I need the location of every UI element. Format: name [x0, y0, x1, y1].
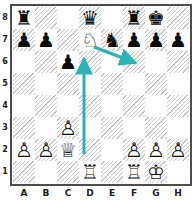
square-e8 [101, 7, 123, 29]
piece-white-pawn-h2: ♙ [167, 139, 189, 161]
rank-label-7: 7 [0, 29, 10, 51]
square-c4 [57, 95, 79, 117]
file-label-d: D [79, 186, 101, 200]
piece-black-rook-f8: ♜ [123, 7, 145, 29]
file-label-e: E [101, 186, 123, 200]
square-b4 [35, 95, 57, 117]
piece-white-pawn-f2: ♙ [123, 139, 145, 161]
piece-black-king-g8: ♚ [145, 7, 167, 29]
piece-white-rook-d1: ♖ [79, 161, 101, 183]
square-d2 [79, 139, 101, 161]
square-h1 [167, 161, 189, 183]
piece-black-rook-a8: ♜ [13, 7, 35, 29]
piece-white-queen-c2: ♕ [57, 139, 79, 161]
square-f4 [123, 95, 145, 117]
square-b2: ♟♙ [35, 139, 57, 161]
file-label-b: B [35, 186, 57, 200]
square-e5 [101, 73, 123, 95]
square-f8: ♜ [123, 7, 145, 29]
square-g7: ♟ [145, 29, 167, 51]
piece-black-pawn-h7: ♟ [167, 29, 189, 51]
file-label-h: H [167, 186, 189, 200]
chess-diagram: 87654321 ♜♛♜♚♟♟♞♘♞♟♟♟♟♟♙♟♙♟♙♛♕♟♙♟♙♟♙♜♖♜♖… [0, 0, 196, 200]
rank-label-4: 4 [0, 95, 10, 117]
square-c8 [57, 7, 79, 29]
file-label-a: A [13, 186, 35, 200]
square-d1: ♜♖ [79, 161, 101, 183]
piece-black-pawn-g7: ♟ [145, 29, 167, 51]
square-f3 [123, 117, 145, 139]
square-g5 [145, 73, 167, 95]
square-f7: ♟ [123, 29, 145, 51]
piece-black-pawn-a7: ♟ [13, 29, 35, 51]
square-a5 [13, 73, 35, 95]
square-b1 [35, 161, 57, 183]
square-c7 [57, 29, 79, 51]
file-label-g: G [145, 186, 167, 200]
square-d6 [79, 51, 101, 73]
square-h8 [167, 7, 189, 29]
piece-black-pawn-b7: ♟ [35, 29, 57, 51]
square-a4 [13, 95, 35, 117]
file-label-c: C [57, 186, 79, 200]
square-e2 [101, 139, 123, 161]
piece-black-pawn-f7: ♟ [123, 29, 145, 51]
square-a2: ♟♙ [13, 139, 35, 161]
square-d8: ♛ [79, 7, 101, 29]
piece-black-knight-e7: ♞ [101, 29, 123, 51]
piece-white-rook-f1: ♖ [123, 161, 145, 183]
square-h4 [167, 95, 189, 117]
square-h3 [167, 117, 189, 139]
square-g4 [145, 95, 167, 117]
piece-white-pawn-g2: ♙ [145, 139, 167, 161]
rank-labels: 87654321 [0, 7, 10, 183]
square-c2: ♛♕ [57, 139, 79, 161]
square-h7: ♟ [167, 29, 189, 51]
square-g1: ♚♔ [145, 161, 167, 183]
square-a3 [13, 117, 35, 139]
square-e1 [101, 161, 123, 183]
piece-white-pawn-a2: ♙ [13, 139, 35, 161]
square-d4 [79, 95, 101, 117]
piece-white-pawn-c3: ♙ [57, 117, 79, 139]
square-h2: ♟♙ [167, 139, 189, 161]
square-g6 [145, 51, 167, 73]
file-label-f: F [123, 186, 145, 200]
square-e6 [101, 51, 123, 73]
rank-label-5: 5 [0, 73, 10, 95]
rank-label-6: 6 [0, 51, 10, 73]
square-c1 [57, 161, 79, 183]
square-a1 [13, 161, 35, 183]
square-d5 [79, 73, 101, 95]
rank-label-8: 8 [0, 7, 10, 29]
piece-black-pawn-c6: ♟ [57, 51, 79, 73]
rank-label-1: 1 [0, 161, 10, 183]
chess-board: ♜♛♜♚♟♟♞♘♞♟♟♟♟♟♙♟♙♟♙♛♕♟♙♟♙♟♙♜♖♜♖♚♔ [10, 4, 192, 186]
piece-black-queen-d8: ♛ [79, 7, 101, 29]
square-b7: ♟ [35, 29, 57, 51]
square-c3: ♟♙ [57, 117, 79, 139]
square-h5 [167, 73, 189, 95]
square-g2: ♟♙ [145, 139, 167, 161]
square-f5 [123, 73, 145, 95]
square-f2: ♟♙ [123, 139, 145, 161]
file-labels: ABCDEFGH [13, 186, 189, 200]
square-f1: ♜♖ [123, 161, 145, 183]
square-a8: ♜ [13, 7, 35, 29]
square-d3 [79, 117, 101, 139]
square-d7: ♞♘ [79, 29, 101, 51]
square-a6 [13, 51, 35, 73]
piece-white-knight-d7: ♘ [79, 29, 101, 51]
square-b5 [35, 73, 57, 95]
square-e4 [101, 95, 123, 117]
board-squares: ♜♛♜♚♟♟♞♘♞♟♟♟♟♟♙♟♙♟♙♛♕♟♙♟♙♟♙♜♖♜♖♚♔ [13, 7, 189, 183]
rank-label-3: 3 [0, 117, 10, 139]
square-h6 [167, 51, 189, 73]
rank-label-2: 2 [0, 139, 10, 161]
square-c6: ♟ [57, 51, 79, 73]
piece-white-king-g1: ♔ [145, 161, 167, 183]
square-g3 [145, 117, 167, 139]
square-b8 [35, 7, 57, 29]
square-b3 [35, 117, 57, 139]
square-e3 [101, 117, 123, 139]
square-e7: ♞ [101, 29, 123, 51]
piece-white-pawn-b2: ♙ [35, 139, 57, 161]
square-a7: ♟ [13, 29, 35, 51]
square-c5 [57, 73, 79, 95]
square-g8: ♚ [145, 7, 167, 29]
square-b6 [35, 51, 57, 73]
square-f6 [123, 51, 145, 73]
